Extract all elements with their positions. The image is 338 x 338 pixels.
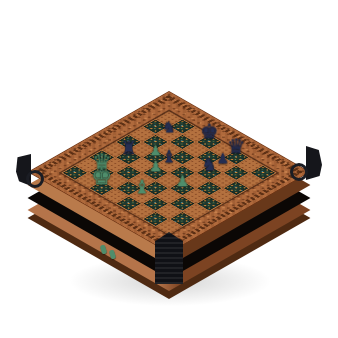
corner-leg-front xyxy=(155,232,183,284)
square-f6[interactable]: ♞ xyxy=(196,165,223,180)
piece-navy-rook-b4[interactable]: ♜ xyxy=(116,128,141,157)
piece-green-bishop-e2[interactable]: ♝ xyxy=(128,163,157,196)
square-a1[interactable] xyxy=(62,165,89,180)
square-g7[interactable] xyxy=(223,165,250,180)
ring-handle-right xyxy=(290,163,308,181)
piece-green-pawn-f4[interactable]: ♟ xyxy=(168,156,196,188)
piece-green-king-c1[interactable]: ♚ xyxy=(88,156,116,188)
square-c1[interactable]: ♚ xyxy=(88,181,115,196)
piece-navy-knight-f6[interactable]: ♞ xyxy=(196,142,223,173)
ring-handle-left xyxy=(26,170,44,188)
corner-bracket-right xyxy=(306,146,322,180)
product-photo: ♚♛♞♟♞♟♝♜♟♟♛♝♚ xyxy=(0,0,338,338)
